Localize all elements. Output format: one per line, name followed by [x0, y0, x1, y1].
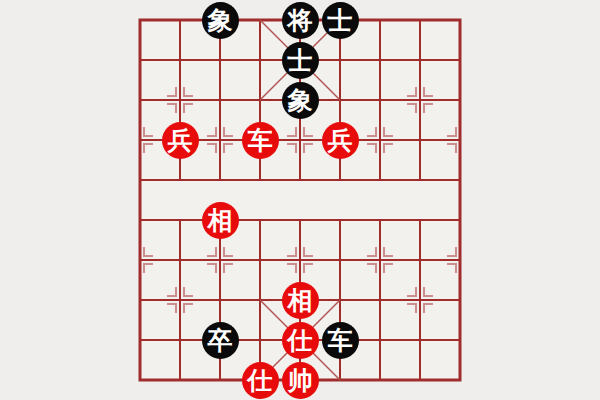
piece-red-chariot[interactable]: 车 [242, 122, 279, 159]
piece-black-elephant[interactable]: 象 [282, 82, 319, 119]
piece-red-advisor[interactable]: 仕 [282, 322, 319, 359]
piece-black-pawn[interactable]: 卒 [202, 322, 239, 359]
piece-red-elephant[interactable]: 相 [202, 202, 239, 239]
piece-red-general[interactable]: 帅 [282, 362, 319, 399]
xiangqi-board: 象将士士象兵车兵相相卒仕车仕帅 [0, 0, 600, 400]
piece-black-chariot[interactable]: 车 [322, 322, 359, 359]
piece-red-pawn[interactable]: 兵 [322, 122, 359, 159]
piece-red-pawn[interactable]: 兵 [162, 122, 199, 159]
piece-black-advisor[interactable]: 士 [282, 42, 319, 79]
piece-black-advisor[interactable]: 士 [322, 2, 359, 39]
piece-black-general[interactable]: 将 [282, 2, 319, 39]
piece-red-advisor[interactable]: 仕 [242, 362, 279, 399]
piece-layer: 象将士士象兵车兵相相卒仕车仕帅 [0, 0, 600, 400]
piece-red-elephant[interactable]: 相 [282, 282, 319, 319]
piece-black-elephant[interactable]: 象 [202, 2, 239, 39]
